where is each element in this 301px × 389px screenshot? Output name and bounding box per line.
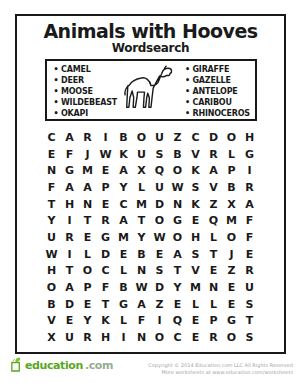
grid-cell-r9c9[interactable]: V	[187, 263, 205, 280]
grid-cell-r5c12[interactable]: A	[241, 196, 259, 213]
word-list-item: RHINOCEROS	[185, 108, 250, 119]
grid-cell-r9c10[interactable]: E	[205, 263, 223, 280]
grid-cell-r13c4[interactable]: H	[97, 329, 115, 346]
grid-cell-r7c9[interactable]: H	[187, 229, 205, 246]
grid-cell-r11c7[interactable]: Z	[151, 296, 169, 313]
grid-cell-r1c3[interactable]: R	[79, 129, 97, 146]
grid-cell-r7c4[interactable]: G	[97, 229, 115, 246]
page-subtitle: Wordsearch	[17, 42, 284, 55]
grid-cell-r5c1[interactable]: T	[43, 196, 61, 213]
grid-cell-r13c1[interactable]: X	[43, 329, 61, 346]
grid-cell-r7c12[interactable]: F	[241, 229, 259, 246]
grid-cell-r2c4[interactable]: W	[97, 146, 115, 163]
grid-cell-r6c8[interactable]: G	[169, 212, 187, 229]
grid-cell-r6c10[interactable]: Q	[205, 212, 223, 229]
grid-cell-r8c3[interactable]: L	[79, 246, 97, 263]
grid-cell-r3c3[interactable]: M	[79, 162, 97, 179]
grid-cell-r5c10[interactable]: Z	[205, 196, 223, 213]
grid-cell-r10c9[interactable]: M	[187, 279, 205, 296]
grid-cell-r3c11[interactable]: P	[223, 162, 241, 179]
grid-cell-r9c5[interactable]: L	[115, 263, 133, 280]
grid-cell-r1c8[interactable]: Z	[169, 129, 187, 146]
grid-cell-r8c11[interactable]: J	[223, 246, 241, 263]
grid-cell-r1c6[interactable]: O	[133, 129, 151, 146]
grid-cell-r8c8[interactable]: A	[169, 246, 187, 263]
copyright-line2: More worksheets at www.education.com/wor…	[148, 369, 293, 376]
grid-cell-r3c2[interactable]: G	[61, 162, 79, 179]
grid-cell-r12c4[interactable]: K	[97, 313, 115, 330]
grid-cell-r5c9[interactable]: K	[187, 196, 205, 213]
grid-cell-r4c9[interactable]: S	[187, 179, 205, 196]
grid-cell-r9c12[interactable]: R	[241, 263, 259, 280]
grid-cell-r10c2[interactable]: A	[61, 279, 79, 296]
grid-cell-r6c2[interactable]: I	[61, 212, 79, 229]
grid-cell-r10c5[interactable]: B	[115, 279, 133, 296]
grid-cell-r13c9[interactable]: E	[187, 329, 205, 346]
grid-cell-r5c5[interactable]: C	[115, 196, 133, 213]
page-title: Animals with Hooves	[17, 21, 284, 42]
grid-cell-r13c11[interactable]: O	[223, 329, 241, 346]
grid-cell-r5c3[interactable]: N	[79, 196, 97, 213]
grid-cell-r9c11[interactable]: Z	[223, 263, 241, 280]
grid-cell-r10c8[interactable]: Y	[169, 279, 187, 296]
grid-cell-r9c7[interactable]: S	[151, 263, 169, 280]
grid-cell-r9c1[interactable]: H	[43, 263, 61, 280]
grid-cell-r4c7[interactable]: U	[151, 179, 169, 196]
grid-cell-r10c3[interactable]: P	[79, 279, 97, 296]
grid-cell-r9c6[interactable]: N	[133, 263, 151, 280]
grid-cell-r13c10[interactable]: R	[205, 329, 223, 346]
grid-cell-r3c5[interactable]: A	[115, 162, 133, 179]
grid-cell-r9c8[interactable]: T	[169, 263, 187, 280]
grid-cell-r7c10[interactable]: L	[205, 229, 223, 246]
grid-cell-r13c2[interactable]: U	[61, 329, 79, 346]
word-list-item: DEER	[54, 75, 117, 86]
grid-cell-r13c3[interactable]: R	[79, 329, 97, 346]
word-list-box: CAMELDEERMOOSEWILDEBEASTOKAPI GIRAFFEGAZ…	[45, 59, 257, 121]
word-list-item: OKAPI	[54, 108, 117, 119]
word-list-left: CAMELDEERMOOSEWILDEBEASTOKAPI	[54, 64, 117, 117]
grid-cell-r8c10[interactable]: T	[205, 246, 223, 263]
grid-cell-r1c7[interactable]: U	[151, 129, 169, 146]
grid-cell-r12c2[interactable]: E	[61, 313, 79, 330]
grid-cell-r4c11[interactable]: B	[223, 179, 241, 196]
grid-cell-r13c5[interactable]: I	[115, 329, 133, 346]
grid-cell-r5c4[interactable]: E	[97, 196, 115, 213]
word-list-item: GIRAFFE	[185, 64, 250, 75]
grid-cell-r12c7[interactable]: I	[151, 313, 169, 330]
grid-cell-r2c2[interactable]: F	[61, 146, 79, 163]
grid-cell-r13c12[interactable]: S	[241, 329, 259, 346]
grid-cell-r2c1[interactable]: E	[43, 146, 61, 163]
grid-cell-r12c10[interactable]: P	[205, 313, 223, 330]
grid-cell-r11c12[interactable]: S	[241, 296, 259, 313]
grid-cell-r11c1[interactable]: B	[43, 296, 61, 313]
word-list-item: CAMEL	[54, 64, 117, 75]
grid-cell-r1c9[interactable]: C	[187, 129, 205, 146]
grid-cell-r11c9[interactable]: L	[187, 296, 205, 313]
grid-cell-r11c4[interactable]: T	[97, 296, 115, 313]
grid-cell-r4c10[interactable]: V	[205, 179, 223, 196]
grid-cell-r10c4[interactable]: F	[97, 279, 115, 296]
education-logo-suffix: .com	[85, 359, 113, 372]
grid-cell-r4c6[interactable]: L	[133, 179, 151, 196]
grid-cell-r2c9[interactable]: V	[187, 146, 205, 163]
word-list-item: MOOSE	[54, 86, 117, 97]
grid-cell-r3c4[interactable]: E	[97, 162, 115, 179]
grid-cell-r6c4[interactable]: R	[97, 212, 115, 229]
grid-cell-r9c2[interactable]: T	[61, 263, 79, 280]
education-logo-text: education	[25, 359, 83, 372]
grid-cell-r7c5[interactable]: M	[115, 229, 133, 246]
worksheet-border-box: Animals with Hooves Wordsearch CAMELDEER…	[15, 14, 286, 354]
grid-cell-r5c11[interactable]: X	[223, 196, 241, 213]
grid-cell-r10c10[interactable]: N	[205, 279, 223, 296]
grid-cell-r1c11[interactable]: O	[223, 129, 241, 146]
grid-cell-r3c7[interactable]: Q	[151, 162, 169, 179]
education-leaf-icon	[10, 357, 23, 372]
grid-cell-r12c9[interactable]: E	[187, 313, 205, 330]
grid-cell-r9c3[interactable]: O	[79, 263, 97, 280]
word-list-right: GIRAFFEGAZELLEANTELOPECARIBOURHINOCEROS	[185, 64, 250, 117]
word-list-item: ANTELOPE	[185, 86, 250, 97]
grid-cell-r12c1[interactable]: V	[43, 313, 61, 330]
grid-cell-r6c12[interactable]: F	[241, 212, 259, 229]
grid-cell-r5c8[interactable]: N	[169, 196, 187, 213]
grid-cell-r13c7[interactable]: O	[151, 329, 169, 346]
camel-icon	[117, 64, 185, 118]
wordsearch-grid: CARIBOUZCDOHEFJWKUSBVRLGNGMEAXQOKAPIFAAP…	[43, 129, 259, 346]
grid-cell-r7c11[interactable]: O	[223, 229, 241, 246]
grid-cell-r8c12[interactable]: E	[241, 246, 259, 263]
grid-cell-r4c2[interactable]: A	[61, 179, 79, 196]
grid-cell-r4c4[interactable]: P	[97, 179, 115, 196]
grid-cell-r13c6[interactable]: N	[133, 329, 151, 346]
grid-cell-r7c7[interactable]: W	[151, 229, 169, 246]
grid-cell-r8c9[interactable]: S	[187, 246, 205, 263]
grid-cell-r2c8[interactable]: B	[169, 146, 187, 163]
grid-cell-r1c5[interactable]: B	[115, 129, 133, 146]
grid-cell-r12c5[interactable]: L	[115, 313, 133, 330]
grid-cell-r4c12[interactable]: R	[241, 179, 259, 196]
grid-cell-r2c3[interactable]: J	[79, 146, 97, 163]
grid-cell-r7c2[interactable]: R	[61, 229, 79, 246]
word-list-item: GAZELLE	[185, 75, 250, 86]
grid-cell-r7c1[interactable]: U	[43, 229, 61, 246]
grid-cell-r10c6[interactable]: W	[133, 279, 151, 296]
grid-cell-r1c12[interactable]: H	[241, 129, 259, 146]
grid-cell-r8c6[interactable]: B	[133, 246, 151, 263]
grid-cell-r8c2[interactable]: I	[61, 246, 79, 263]
grid-cell-r10c11[interactable]: E	[223, 279, 241, 296]
grid-cell-r12c12[interactable]: T	[241, 313, 259, 330]
word-list-item: CARIBOU	[185, 97, 250, 108]
grid-cell-r12c3[interactable]: Y	[79, 313, 97, 330]
grid-cell-r3c1[interactable]: N	[43, 162, 61, 179]
grid-cell-r4c8[interactable]: W	[169, 179, 187, 196]
word-list-item: WILDEBEAST	[54, 97, 117, 108]
grid-cell-r7c6[interactable]: Y	[133, 229, 151, 246]
grid-cell-r8c7[interactable]: E	[151, 246, 169, 263]
grid-cell-r4c5[interactable]: Y	[115, 179, 133, 196]
grid-cell-r8c1[interactable]: W	[43, 246, 61, 263]
grid-cell-r11c6[interactable]: A	[133, 296, 151, 313]
camel-illustration	[117, 64, 185, 117]
grid-cell-r5c2[interactable]: H	[61, 196, 79, 213]
grid-cell-r6c3[interactable]: T	[79, 212, 97, 229]
grid-cell-r2c5[interactable]: K	[115, 146, 133, 163]
copyright-line1: Copyright © 2014 Education.com LLC All R…	[148, 362, 293, 369]
grid-cell-r10c1[interactable]: O	[43, 279, 61, 296]
grid-cell-r11c10[interactable]: L	[205, 296, 223, 313]
grid-cell-r2c7[interactable]: S	[151, 146, 169, 163]
grid-cell-r10c7[interactable]: D	[151, 279, 169, 296]
education-logo[interactable]: education.com	[10, 357, 113, 372]
grid-cell-r10c12[interactable]: U	[241, 279, 259, 296]
grid-cell-r3c9[interactable]: K	[187, 162, 205, 179]
grid-cell-r11c3[interactable]: E	[79, 296, 97, 313]
grid-cell-r12c6[interactable]: F	[133, 313, 151, 330]
grid-cell-r4c3[interactable]: A	[79, 179, 97, 196]
grid-cell-r3c10[interactable]: A	[205, 162, 223, 179]
grid-cell-r6c9[interactable]: E	[187, 212, 205, 229]
copyright-text: Copyright © 2014 Education.com LLC All R…	[148, 362, 293, 375]
grid-cell-r1c1[interactable]: C	[43, 129, 61, 146]
grid-cell-r11c5[interactable]: G	[115, 296, 133, 313]
grid-cell-r13c8[interactable]: C	[169, 329, 187, 346]
grid-cell-r1c10[interactable]: D	[205, 129, 223, 146]
grid-cell-r6c1[interactable]: Y	[43, 212, 61, 229]
grid-cell-r9c4[interactable]: C	[97, 263, 115, 280]
grid-cell-r12c11[interactable]: G	[223, 313, 241, 330]
grid-cell-r6c7[interactable]: O	[151, 212, 169, 229]
grid-cell-r1c2[interactable]: A	[61, 129, 79, 146]
grid-cell-r11c11[interactable]: E	[223, 296, 241, 313]
grid-cell-r2c6[interactable]: U	[133, 146, 151, 163]
grid-cell-r7c3[interactable]: E	[79, 229, 97, 246]
grid-cell-r6c6[interactable]: T	[133, 212, 151, 229]
grid-cell-r12c8[interactable]: Q	[169, 313, 187, 330]
grid-cell-r3c12[interactable]: I	[241, 162, 259, 179]
grid-cell-r11c8[interactable]: E	[169, 296, 187, 313]
grid-cell-r11c2[interactable]: D	[61, 296, 79, 313]
grid-cell-r5c6[interactable]: M	[133, 196, 151, 213]
footer: education.com Copyright © 2014 Education…	[10, 357, 293, 375]
grid-cell-r3c8[interactable]: O	[169, 162, 187, 179]
grid-cell-r2c12[interactable]: G	[241, 146, 259, 163]
grid-cell-r3c6[interactable]: X	[133, 162, 151, 179]
grid-cell-r4c1[interactable]: F	[43, 179, 61, 196]
grid-cell-r1c4[interactable]: I	[97, 129, 115, 146]
grid-cell-r8c4[interactable]: D	[97, 246, 115, 263]
grid-cell-r5c7[interactable]: D	[151, 196, 169, 213]
grid-cell-r6c5[interactable]: A	[115, 212, 133, 229]
grid-cell-r2c10[interactable]: R	[205, 146, 223, 163]
grid-cell-r7c8[interactable]: O	[169, 229, 187, 246]
grid-cell-r8c5[interactable]: E	[115, 246, 133, 263]
grid-cell-r6c11[interactable]: M	[223, 212, 241, 229]
grid-cell-r2c11[interactable]: L	[223, 146, 241, 163]
